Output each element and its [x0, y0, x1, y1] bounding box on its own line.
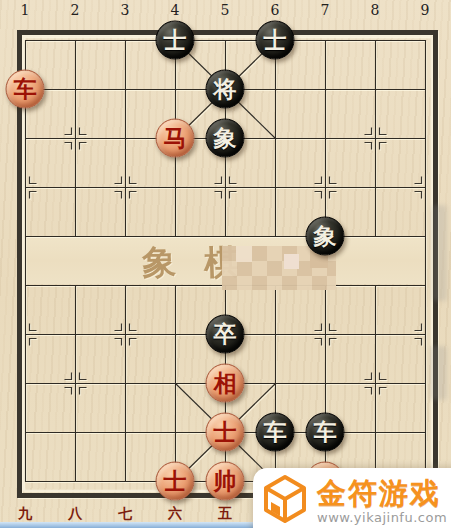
- piece-black-f6r0[interactable]: 士: [256, 21, 295, 60]
- piece-black-f7r4[interactable]: 象: [306, 217, 345, 256]
- piece-black-f6r8[interactable]: 车: [256, 413, 295, 452]
- cube-logo-icon: [259, 473, 311, 525]
- watermark-card: 金符游戏 www.yikajinfu.com: [253, 468, 451, 528]
- piece-black-f5r6[interactable]: 卒: [206, 315, 245, 354]
- watermark-brand: 金符游戏: [317, 474, 451, 514]
- piece-red-f5r7[interactable]: 相: [206, 364, 245, 403]
- xiangqi-app: 象 棋: [0, 0, 451, 528]
- piece-red-f1r1[interactable]: 车: [6, 70, 45, 109]
- piece-black-f7r8[interactable]: 车: [306, 413, 345, 452]
- piece-black-f4r0[interactable]: 士: [156, 21, 195, 60]
- watermark-smudge: [432, 205, 447, 301]
- watermark-smudge: [430, 346, 447, 400]
- watermark-url[interactable]: www.yikajinfu.com: [317, 510, 451, 525]
- piece-red-f5r9[interactable]: 帅: [206, 462, 245, 501]
- piece-black-f5r2[interactable]: 象: [206, 119, 245, 158]
- pieces-layer: 士士车将马象象卒相士车车士帅相: [0, 0, 451, 528]
- piece-red-f4r9[interactable]: 士: [156, 462, 195, 501]
- piece-red-f5r8[interactable]: 士: [206, 413, 245, 452]
- piece-red-f4r2[interactable]: 马: [156, 119, 195, 158]
- piece-black-f5r1[interactable]: 将: [206, 70, 245, 109]
